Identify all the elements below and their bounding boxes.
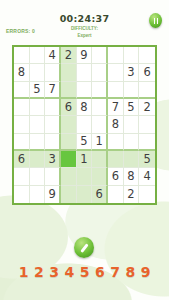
sudoku-cell[interactable]: 6 bbox=[14, 151, 30, 168]
sudoku-cell[interactable] bbox=[61, 151, 77, 168]
pencil-icon bbox=[80, 243, 88, 252]
sudoku-cell[interactable]: 7 bbox=[108, 99, 124, 116]
sudoku-cell[interactable]: 7 bbox=[45, 82, 61, 99]
sudoku-cell[interactable]: 5 bbox=[139, 151, 155, 168]
sudoku-cell[interactable] bbox=[45, 99, 61, 116]
sudoku-cell[interactable] bbox=[108, 134, 124, 151]
sudoku-cell[interactable] bbox=[30, 186, 46, 203]
difficulty-label: DIFFICULTY: bbox=[0, 26, 169, 31]
sudoku-cell[interactable] bbox=[108, 151, 124, 168]
sudoku-cell[interactable]: 1 bbox=[92, 134, 108, 151]
sudoku-cell[interactable] bbox=[14, 168, 30, 185]
sudoku-cell[interactable] bbox=[92, 168, 108, 185]
sudoku-cell[interactable]: 4 bbox=[139, 168, 155, 185]
sudoku-cell[interactable]: 5 bbox=[30, 82, 46, 99]
sudoku-board: 42983657687528516315684962 bbox=[12, 45, 157, 205]
sudoku-app: ERRORS: 0 00:24:37 DIFFICULTY: Expert 42… bbox=[0, 0, 169, 300]
sudoku-cell[interactable] bbox=[14, 99, 30, 116]
sudoku-cell[interactable] bbox=[108, 82, 124, 99]
sudoku-cell[interactable] bbox=[108, 186, 124, 203]
sudoku-cell[interactable] bbox=[77, 116, 93, 133]
sudoku-cell[interactable] bbox=[77, 82, 93, 99]
sudoku-cell[interactable] bbox=[61, 116, 77, 133]
sudoku-cell[interactable] bbox=[14, 134, 30, 151]
sudoku-cell[interactable]: 6 bbox=[61, 99, 77, 116]
sudoku-cell[interactable] bbox=[14, 82, 30, 99]
numpad-9[interactable]: 9 bbox=[141, 263, 151, 281]
sudoku-cell[interactable] bbox=[45, 116, 61, 133]
sudoku-cell[interactable] bbox=[124, 82, 140, 99]
sudoku-cell[interactable] bbox=[30, 168, 46, 185]
sudoku-cell[interactable] bbox=[30, 47, 46, 64]
sudoku-cell[interactable] bbox=[61, 186, 77, 203]
sudoku-cell[interactable] bbox=[61, 64, 77, 81]
sudoku-cell[interactable] bbox=[77, 186, 93, 203]
sudoku-cell[interactable]: 6 bbox=[139, 64, 155, 81]
sudoku-cell[interactable] bbox=[92, 47, 108, 64]
sudoku-cell[interactable] bbox=[14, 47, 30, 64]
numpad-6[interactable]: 6 bbox=[95, 263, 105, 281]
sudoku-cell[interactable]: 2 bbox=[61, 47, 77, 64]
sudoku-cell[interactable] bbox=[92, 82, 108, 99]
sudoku-cell[interactable]: 3 bbox=[45, 151, 61, 168]
sudoku-cell[interactable] bbox=[77, 64, 93, 81]
numpad-3[interactable]: 3 bbox=[49, 263, 59, 281]
sudoku-cell[interactable] bbox=[30, 134, 46, 151]
pause-icon bbox=[154, 18, 158, 24]
sudoku-cell[interactable] bbox=[124, 134, 140, 151]
pencil-button[interactable] bbox=[74, 237, 94, 258]
sudoku-cell[interactable] bbox=[45, 134, 61, 151]
sudoku-cell[interactable]: 6 bbox=[92, 186, 108, 203]
sudoku-cell[interactable] bbox=[139, 47, 155, 64]
sudoku-cell[interactable] bbox=[108, 47, 124, 64]
sudoku-cell[interactable]: 2 bbox=[124, 186, 140, 203]
sudoku-cell[interactable] bbox=[92, 64, 108, 81]
sudoku-cell[interactable]: 8 bbox=[124, 168, 140, 185]
numpad-8[interactable]: 8 bbox=[125, 263, 135, 281]
sudoku-cell[interactable]: 5 bbox=[77, 134, 93, 151]
numpad-1[interactable]: 1 bbox=[19, 263, 29, 281]
timer: 00:24:37 bbox=[0, 13, 169, 24]
sudoku-cell[interactable] bbox=[14, 116, 30, 133]
sudoku-cell[interactable]: 9 bbox=[77, 47, 93, 64]
sudoku-cell[interactable] bbox=[30, 116, 46, 133]
sudoku-cell[interactable]: 9 bbox=[45, 186, 61, 203]
sudoku-cell[interactable]: 8 bbox=[77, 99, 93, 116]
sudoku-cell[interactable]: 2 bbox=[139, 99, 155, 116]
sudoku-cell[interactable]: 4 bbox=[45, 47, 61, 64]
pause-button[interactable] bbox=[149, 13, 162, 28]
sudoku-cell[interactable] bbox=[45, 168, 61, 185]
sudoku-cell[interactable]: 8 bbox=[108, 116, 124, 133]
sudoku-cell[interactable] bbox=[92, 116, 108, 133]
sudoku-cell[interactable] bbox=[14, 186, 30, 203]
numpad-4[interactable]: 4 bbox=[64, 263, 74, 281]
sudoku-cell[interactable]: 3 bbox=[124, 64, 140, 81]
sudoku-cell[interactable]: 8 bbox=[14, 64, 30, 81]
sudoku-cell[interactable] bbox=[139, 134, 155, 151]
sudoku-cell[interactable]: 6 bbox=[108, 168, 124, 185]
numpad-5[interactable]: 5 bbox=[80, 263, 90, 281]
sudoku-cell[interactable] bbox=[30, 64, 46, 81]
sudoku-cell[interactable] bbox=[30, 151, 46, 168]
sudoku-cell[interactable]: 5 bbox=[124, 99, 140, 116]
sudoku-cell[interactable] bbox=[61, 82, 77, 99]
sudoku-cell[interactable] bbox=[45, 64, 61, 81]
sudoku-cell[interactable] bbox=[61, 168, 77, 185]
difficulty-value: Expert bbox=[0, 33, 169, 38]
sudoku-cell[interactable] bbox=[77, 168, 93, 185]
sudoku-cell[interactable] bbox=[30, 99, 46, 116]
sudoku-cell[interactable] bbox=[139, 82, 155, 99]
sudoku-cell[interactable] bbox=[124, 151, 140, 168]
numpad-2[interactable]: 2 bbox=[34, 263, 44, 281]
sudoku-cell[interactable] bbox=[124, 116, 140, 133]
sudoku-cell[interactable] bbox=[92, 99, 108, 116]
numpad-7[interactable]: 7 bbox=[110, 263, 120, 281]
sudoku-cell[interactable] bbox=[61, 134, 77, 151]
numpad: 123456789 bbox=[0, 263, 169, 281]
sudoku-cell[interactable] bbox=[92, 151, 108, 168]
sudoku-cell[interactable] bbox=[139, 186, 155, 203]
sudoku-cell[interactable] bbox=[124, 47, 140, 64]
sudoku-cell[interactable] bbox=[108, 64, 124, 81]
sudoku-cell[interactable] bbox=[139, 116, 155, 133]
sudoku-cell[interactable]: 1 bbox=[77, 151, 93, 168]
